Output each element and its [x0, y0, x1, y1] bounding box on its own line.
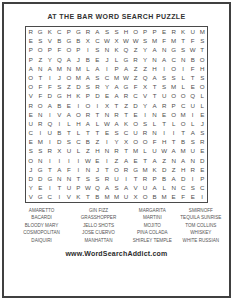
grid-cell[interactable]: L	[150, 119, 160, 128]
grid-cell[interactable]: U	[159, 91, 169, 100]
grid-cell[interactable]: R	[112, 146, 122, 155]
grid-cell[interactable]: J	[93, 165, 103, 174]
grid-cell[interactable]: O	[131, 137, 141, 146]
grid-cell[interactable]: M	[102, 192, 112, 201]
grid-cell[interactable]: S	[26, 146, 36, 155]
grid-cell[interactable]: E	[93, 55, 103, 64]
grid-cell[interactable]: L	[74, 128, 84, 137]
grid-cell[interactable]: T	[169, 137, 179, 146]
grid-cell[interactable]: I	[102, 64, 112, 73]
grid-cell[interactable]: L	[188, 119, 198, 128]
grid-cell[interactable]: I	[74, 101, 84, 110]
grid-cell[interactable]: I	[93, 101, 103, 110]
grid-cell[interactable]: Q	[140, 73, 150, 82]
grid-cell[interactable]: U	[140, 183, 150, 192]
grid-cell[interactable]: R	[131, 55, 141, 64]
grid-cell[interactable]: G	[121, 55, 131, 64]
grid-cell[interactable]: W	[83, 156, 93, 165]
grid-cell[interactable]: I	[45, 110, 55, 119]
grid-cell[interactable]: W	[102, 36, 112, 45]
grid-cell[interactable]: B	[55, 101, 65, 110]
grid-cell[interactable]: S	[112, 183, 122, 192]
grid-cell[interactable]: F	[150, 137, 160, 146]
grid-cell[interactable]: I	[36, 128, 46, 137]
grid-cell[interactable]: M	[150, 36, 160, 45]
grid-cell[interactable]: T	[150, 91, 160, 100]
grid-cell[interactable]: K	[74, 192, 84, 201]
grid-cell[interactable]: U	[45, 128, 55, 137]
grid-cell[interactable]: Y	[26, 183, 36, 192]
grid-cell[interactable]: A	[93, 27, 103, 36]
grid-cell[interactable]: U	[188, 101, 198, 110]
grid-cell[interactable]: T	[93, 110, 103, 119]
grid-cell[interactable]: I	[55, 119, 65, 128]
grid-cell[interactable]: P	[26, 45, 36, 54]
grid-cell[interactable]: S	[36, 146, 46, 155]
grid-cell[interactable]: O	[36, 101, 46, 110]
grid-cell[interactable]: I	[188, 174, 198, 183]
grid-cell[interactable]: S	[83, 174, 93, 183]
grid-cell[interactable]: S	[112, 27, 122, 36]
grid-cell[interactable]: F	[36, 91, 46, 100]
grid-cell[interactable]: R	[45, 146, 55, 155]
grid-cell[interactable]: O	[178, 119, 188, 128]
grid-cell[interactable]: P	[74, 183, 84, 192]
grid-cell[interactable]: Z	[169, 165, 179, 174]
grid-cell[interactable]: G	[74, 27, 84, 36]
grid-cell[interactable]: R	[188, 165, 198, 174]
grid-cell[interactable]: J	[26, 165, 36, 174]
grid-cell[interactable]: A	[55, 165, 65, 174]
grid-cell[interactable]: U	[131, 128, 141, 137]
grid-cell[interactable]: J	[197, 119, 207, 128]
grid-cell[interactable]: U	[150, 146, 160, 155]
grid-cell[interactable]: N	[36, 64, 46, 73]
grid-cell[interactable]: X	[55, 146, 65, 155]
grid-cell[interactable]: G	[131, 165, 141, 174]
grid-cell[interactable]: E	[131, 156, 141, 165]
grid-cell[interactable]: M	[178, 146, 188, 155]
grid-cell[interactable]: R	[83, 110, 93, 119]
grid-cell[interactable]: D	[74, 82, 84, 91]
grid-cell[interactable]: G	[36, 165, 46, 174]
grid-cell[interactable]: R	[121, 165, 131, 174]
grid-cell[interactable]: G	[121, 82, 131, 91]
grid-cell[interactable]: W	[83, 183, 93, 192]
grid-cell[interactable]: C	[55, 27, 65, 36]
grid-cell[interactable]: T	[45, 165, 55, 174]
grid-cell[interactable]: B	[178, 137, 188, 146]
grid-cell[interactable]: X	[131, 192, 141, 201]
grid-cell[interactable]: S	[159, 82, 169, 91]
grid-cell[interactable]: E	[159, 110, 169, 119]
grid-cell[interactable]: S	[93, 174, 103, 183]
grid-cell[interactable]: M	[112, 73, 122, 82]
grid-cell[interactable]: U	[188, 146, 198, 155]
grid-cell[interactable]: I	[197, 192, 207, 201]
grid-cell[interactable]: Z	[131, 73, 141, 82]
grid-cell[interactable]: E	[26, 137, 36, 146]
grid-cell[interactable]: U	[121, 192, 131, 201]
grid-cell[interactable]: E	[131, 110, 141, 119]
grid-cell[interactable]: G	[36, 192, 46, 201]
grid-cell[interactable]: A	[150, 73, 160, 82]
grid-cell[interactable]: R	[169, 27, 179, 36]
grid-cell[interactable]: O	[140, 137, 150, 146]
grid-cell[interactable]: T	[150, 82, 160, 91]
grid-cell[interactable]: M	[55, 64, 65, 73]
grid-cell[interactable]: K	[178, 27, 188, 36]
grid-cell[interactable]: Z	[83, 146, 93, 155]
grid-cell[interactable]: Q	[45, 119, 55, 128]
grid-cell[interactable]: R	[36, 119, 46, 128]
grid-cell[interactable]: Z	[64, 82, 74, 91]
grid-cell[interactable]: T	[36, 73, 46, 82]
grid-cell[interactable]: O	[197, 55, 207, 64]
grid-cell[interactable]: H	[93, 146, 103, 155]
grid-cell[interactable]: S	[169, 73, 179, 82]
grid-cell[interactable]: D	[45, 91, 55, 100]
grid-cell[interactable]: H	[74, 119, 84, 128]
grid-cell[interactable]: Z	[131, 45, 141, 54]
grid-cell[interactable]: R	[197, 137, 207, 146]
grid-cell[interactable]: E	[26, 110, 36, 119]
grid-cell[interactable]: R	[112, 110, 122, 119]
grid-cell[interactable]: D	[36, 174, 46, 183]
grid-cell[interactable]: Z	[159, 156, 169, 165]
grid-cell[interactable]: D	[159, 165, 169, 174]
grid-cell[interactable]: V	[131, 183, 141, 192]
grid-cell[interactable]: V	[26, 91, 36, 100]
grid-cell[interactable]: W	[102, 119, 112, 128]
grid-cell[interactable]: O	[197, 82, 207, 91]
grid-cell[interactable]: Z	[36, 55, 46, 64]
grid-cell[interactable]: Z	[140, 64, 150, 73]
grid-cell[interactable]: M	[36, 137, 46, 146]
grid-cell[interactable]: D	[26, 174, 36, 183]
grid-cell[interactable]: I	[169, 128, 179, 137]
grid-cell[interactable]: N	[178, 55, 188, 64]
grid-cell[interactable]: L	[83, 64, 93, 73]
grid-cell[interactable]: V	[64, 192, 74, 201]
grid-cell[interactable]: C	[197, 183, 207, 192]
grid-cell[interactable]: S	[55, 82, 65, 91]
grid-cell[interactable]: E	[93, 156, 103, 165]
grid-cell[interactable]: A	[64, 110, 74, 119]
grid-cell[interactable]: D	[55, 137, 65, 146]
grid-cell[interactable]: T	[159, 119, 169, 128]
grid-cell[interactable]: V	[140, 91, 150, 100]
grid-cell[interactable]: Z	[131, 64, 141, 73]
grid-cell[interactable]: G	[36, 27, 46, 36]
grid-cell[interactable]: Y	[140, 45, 150, 54]
grid-cell[interactable]: A	[112, 82, 122, 91]
grid-cell[interactable]: S	[140, 119, 150, 128]
grid-cell[interactable]: A	[169, 146, 179, 155]
grid-cell[interactable]: P	[169, 101, 179, 110]
grid-cell[interactable]: O	[26, 73, 36, 82]
grid-cell[interactable]: N	[169, 183, 179, 192]
grid-cell[interactable]: Y	[140, 101, 150, 110]
grid-cell[interactable]: E	[159, 27, 169, 36]
grid-cell[interactable]: H	[197, 64, 207, 73]
grid-cell[interactable]: C	[169, 55, 179, 64]
grid-cell[interactable]: M	[112, 192, 122, 201]
grid-cell[interactable]: A	[188, 128, 198, 137]
grid-cell[interactable]: T	[197, 45, 207, 54]
grid-cell[interactable]: M	[74, 64, 84, 73]
grid-cell[interactable]: R	[83, 27, 93, 36]
grid-cell[interactable]: I	[178, 64, 188, 73]
grid-cell[interactable]: I	[74, 165, 84, 174]
grid-cell[interactable]: P	[45, 45, 55, 54]
grid-cell[interactable]: M	[159, 192, 169, 201]
grid-cell[interactable]: I	[159, 64, 169, 73]
grid-cell[interactable]: G	[64, 36, 74, 45]
grid-cell[interactable]: S	[197, 128, 207, 137]
grid-cell[interactable]: W	[188, 45, 198, 54]
grid-cell[interactable]: E	[188, 192, 198, 201]
grid-cell[interactable]: O	[36, 45, 46, 54]
grid-cell[interactable]: X	[112, 36, 122, 45]
grid-cell[interactable]: Y	[102, 82, 112, 91]
grid-cell[interactable]: F	[188, 36, 198, 45]
grid-cell[interactable]: A	[83, 73, 93, 82]
grid-cell[interactable]: T	[112, 101, 122, 110]
grid-cell[interactable]: S	[178, 45, 188, 54]
grid-cell[interactable]: I	[102, 156, 112, 165]
grid-cell[interactable]: P	[83, 91, 93, 100]
grid-cell[interactable]: O	[83, 101, 93, 110]
grid-cell[interactable]: I	[45, 183, 55, 192]
grid-cell[interactable]: K	[150, 165, 160, 174]
grid-cell[interactable]: Z	[112, 156, 122, 165]
grid-cell[interactable]: Q	[93, 183, 103, 192]
grid-cell[interactable]: C	[178, 183, 188, 192]
grid-cell[interactable]: A	[45, 64, 55, 73]
grid-cell[interactable]: C	[121, 128, 131, 137]
grid-cell[interactable]: S	[36, 36, 46, 45]
grid-cell[interactable]: N	[150, 110, 160, 119]
grid-cell[interactable]: N	[188, 156, 198, 165]
grid-cell[interactable]: P	[74, 45, 84, 54]
grid-cell[interactable]: O	[178, 91, 188, 100]
grid-cell[interactable]: L	[197, 101, 207, 110]
grid-cell[interactable]: H	[121, 27, 131, 36]
grid-cell[interactable]: A	[121, 156, 131, 165]
grid-cell[interactable]: U	[188, 27, 198, 36]
grid-cell[interactable]: F	[36, 82, 46, 91]
grid-cell[interactable]: T	[74, 174, 84, 183]
grid-cell[interactable]: M	[197, 27, 207, 36]
grid-cell[interactable]: B	[93, 192, 103, 201]
grid-cell[interactable]: T	[121, 110, 131, 119]
grid-cell[interactable]: G	[45, 174, 55, 183]
grid-cell[interactable]: S	[188, 183, 198, 192]
grid-cell[interactable]: T	[188, 73, 198, 82]
grid-cell[interactable]: T	[93, 128, 103, 137]
grid-cell[interactable]: L	[64, 119, 74, 128]
grid-cell[interactable]: S	[93, 45, 103, 54]
grid-cell[interactable]: T	[55, 183, 65, 192]
grid-cell[interactable]: N	[169, 156, 179, 165]
grid-cell[interactable]: K	[121, 119, 131, 128]
grid-cell[interactable]: P	[150, 27, 160, 36]
grid-cell[interactable]: X	[121, 137, 131, 146]
grid-cell[interactable]: H	[159, 137, 169, 146]
grid-cell[interactable]: P	[140, 27, 150, 36]
grid-cell[interactable]: O	[131, 27, 141, 36]
grid-cell[interactable]: K	[74, 91, 84, 100]
grid-cell[interactable]: M	[131, 146, 141, 155]
grid-cell[interactable]: H	[64, 91, 74, 100]
grid-cell[interactable]: M	[178, 110, 188, 119]
grid-cell[interactable]: L	[169, 119, 179, 128]
grid-cell[interactable]: R	[140, 174, 150, 183]
grid-cell[interactable]: I	[121, 174, 131, 183]
grid-cell[interactable]: W	[121, 36, 131, 45]
grid-cell[interactable]: W	[121, 73, 131, 82]
grid-cell[interactable]: U	[64, 146, 74, 155]
grid-cell[interactable]: A	[150, 183, 160, 192]
grid-cell[interactable]: T	[140, 156, 150, 165]
grid-cell[interactable]: B	[150, 192, 160, 201]
grid-cell[interactable]: Q	[121, 45, 131, 54]
grid-cell[interactable]: E	[102, 128, 112, 137]
grid-cell[interactable]: X	[83, 36, 93, 45]
grid-cell[interactable]: N	[150, 128, 160, 137]
grid-cell[interactable]: R	[102, 174, 112, 183]
grid-cell[interactable]: N	[102, 146, 112, 155]
grid-cell[interactable]: M	[74, 73, 84, 82]
grid-cell[interactable]: S	[197, 36, 207, 45]
grid-cell[interactable]: X	[140, 82, 150, 91]
grid-cell[interactable]: T	[131, 174, 141, 183]
grid-cell[interactable]: B	[55, 128, 65, 137]
grid-cell[interactable]: R	[159, 101, 169, 110]
grid-cell[interactable]: B	[83, 55, 93, 64]
grid-cell[interactable]: A	[150, 156, 160, 165]
grid-cell[interactable]: N	[64, 64, 74, 73]
grid-cell[interactable]: N	[102, 45, 112, 54]
grid-cell[interactable]: T	[178, 128, 188, 137]
grid-cell[interactable]: Y	[112, 137, 122, 146]
grid-cell[interactable]: A	[102, 183, 112, 192]
grid-cell[interactable]: S	[102, 27, 112, 36]
grid-cell[interactable]: O	[64, 45, 74, 54]
grid-cell[interactable]: A	[121, 64, 131, 73]
grid-cell[interactable]: F	[178, 192, 188, 201]
grid-cell[interactable]: L	[93, 119, 103, 128]
grid-cell[interactable]: W	[159, 146, 169, 155]
grid-cell[interactable]: M	[169, 82, 179, 91]
grid-cell[interactable]: S	[197, 73, 207, 82]
grid-cell[interactable]: A	[121, 183, 131, 192]
grid-cell[interactable]: A	[45, 101, 55, 110]
grid-cell[interactable]: O	[74, 110, 84, 119]
grid-cell[interactable]: L	[140, 146, 150, 155]
grid-cell[interactable]: O	[64, 73, 74, 82]
grid-cell[interactable]: B	[188, 55, 198, 64]
grid-cell[interactable]: E	[197, 146, 207, 155]
grid-cell[interactable]: O	[169, 91, 179, 100]
grid-cell[interactable]: O	[140, 192, 150, 201]
grid-cell[interactable]: T	[83, 192, 93, 201]
grid-cell[interactable]: J	[102, 55, 112, 64]
grid-cell[interactable]: E	[36, 183, 46, 192]
grid-cell[interactable]: U	[26, 119, 36, 128]
grid-cell[interactable]: I	[64, 156, 74, 165]
grid-cell[interactable]: F	[131, 82, 141, 91]
grid-cell[interactable]: S	[140, 36, 150, 45]
grid-cell[interactable]: I	[188, 110, 198, 119]
grid-cell[interactable]: O	[169, 64, 179, 73]
grid-cell[interactable]: O	[112, 165, 122, 174]
grid-cell[interactable]: A	[159, 55, 169, 64]
grid-cell[interactable]: I	[102, 137, 112, 146]
grid-cell[interactable]: N	[83, 165, 93, 174]
grid-cell[interactable]: L	[178, 73, 188, 82]
grid-cell[interactable]: G	[55, 91, 65, 100]
grid-cell[interactable]: L	[178, 82, 188, 91]
grid-cell[interactable]: C	[45, 192, 55, 201]
grid-cell[interactable]: Z	[121, 101, 131, 110]
grid-cell[interactable]: F	[45, 82, 55, 91]
grid-cell[interactable]: O	[26, 156, 36, 165]
grid-cell[interactable]: K	[112, 45, 122, 54]
grid-cell[interactable]: R	[26, 27, 36, 36]
grid-cell[interactable]: B	[83, 137, 93, 146]
grid-cell[interactable]: N	[150, 55, 160, 64]
grid-cell[interactable]: K	[45, 27, 55, 36]
grid-cell[interactable]: F	[55, 45, 65, 54]
grid-cell[interactable]: T	[121, 146, 131, 155]
grid-cell[interactable]: O	[26, 82, 36, 91]
grid-cell[interactable]: S	[159, 73, 169, 82]
grid-cell[interactable]: H	[150, 64, 160, 73]
grid-cell[interactable]: V	[55, 110, 65, 119]
grid-cell[interactable]: E	[197, 110, 207, 119]
grid-cell[interactable]: O	[169, 110, 179, 119]
grid-cell[interactable]: I	[140, 110, 150, 119]
grid-cell[interactable]: F	[188, 64, 198, 73]
grid-cell[interactable]: O	[131, 119, 141, 128]
grid-cell[interactable]: N	[36, 110, 46, 119]
grid-cell[interactable]: B	[55, 36, 65, 45]
grid-cell[interactable]: N	[55, 174, 65, 183]
grid-cell[interactable]: V	[45, 36, 55, 45]
grid-cell[interactable]: Z	[93, 137, 103, 146]
grid-cell[interactable]: A	[83, 119, 93, 128]
grid-cell[interactable]: Y	[45, 55, 55, 64]
grid-cell[interactable]: Q	[55, 55, 65, 64]
grid-cell[interactable]: N	[159, 45, 169, 54]
grid-cell[interactable]: C	[26, 128, 36, 137]
grid-cell[interactable]: A	[93, 64, 103, 73]
grid-cell[interactable]: E	[197, 165, 207, 174]
grid-cell[interactable]: R	[140, 128, 150, 137]
grid-cell[interactable]: A	[64, 55, 74, 64]
grid-cell[interactable]: A	[178, 156, 188, 165]
grid-cell[interactable]: S	[83, 82, 93, 91]
grid-cell[interactable]: P	[64, 27, 74, 36]
grid-cell[interactable]: H	[178, 165, 188, 174]
grid-cell[interactable]: N	[36, 156, 46, 165]
grid-cell[interactable]: I	[159, 128, 169, 137]
grid-cell[interactable]: P	[197, 174, 207, 183]
website-url[interactable]: www.WordSearchAddict.com	[4, 250, 229, 257]
grid-cell[interactable]: J	[55, 73, 65, 82]
